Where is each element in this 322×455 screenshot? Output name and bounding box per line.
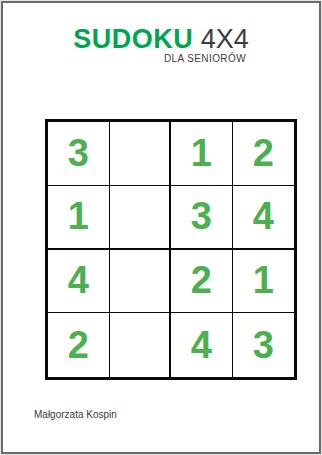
sudoku-cell-r4c1: 2 [48,313,110,377]
sudoku-cell-r2c1: 1 [48,186,110,250]
sudoku-cell-r3c2[interactable] [110,250,172,314]
sudoku-cell-r1c3: 1 [171,122,233,186]
sudoku-cell-r4c4: 3 [233,313,295,377]
sudoku-cell-r1c2[interactable] [110,122,172,186]
sudoku-cell-r2c3: 3 [171,186,233,250]
sudoku-board: 312134421243 [45,119,297,380]
worksheet-page: SUDOKU 4X4 DLA SENIORÓW 312134421243 Mał… [0,0,322,455]
title-sudoku: SUDOKU [73,24,193,54]
title-4x4: 4X4 [193,24,249,54]
sudoku-cell-r2c4: 4 [233,186,295,250]
sudoku-cell-r4c3: 4 [171,313,233,377]
page-title: SUDOKU 4X4 [0,26,322,53]
sudoku-cell-r1c1: 3 [48,122,110,186]
sudoku-cell-r4c2[interactable] [110,313,172,377]
sudoku-cell-r3c4: 1 [233,250,295,314]
sudoku-cell-r1c4: 2 [233,122,295,186]
subtitle-dla-seniorow: DLA SENIORÓW [0,53,246,65]
sudoku-cell-r3c1: 4 [48,250,110,314]
sudoku-cell-r2c2[interactable] [110,186,172,250]
sudoku-cell-r3c3: 2 [171,250,233,314]
author-name: Małgorzata Kospin [34,408,117,422]
